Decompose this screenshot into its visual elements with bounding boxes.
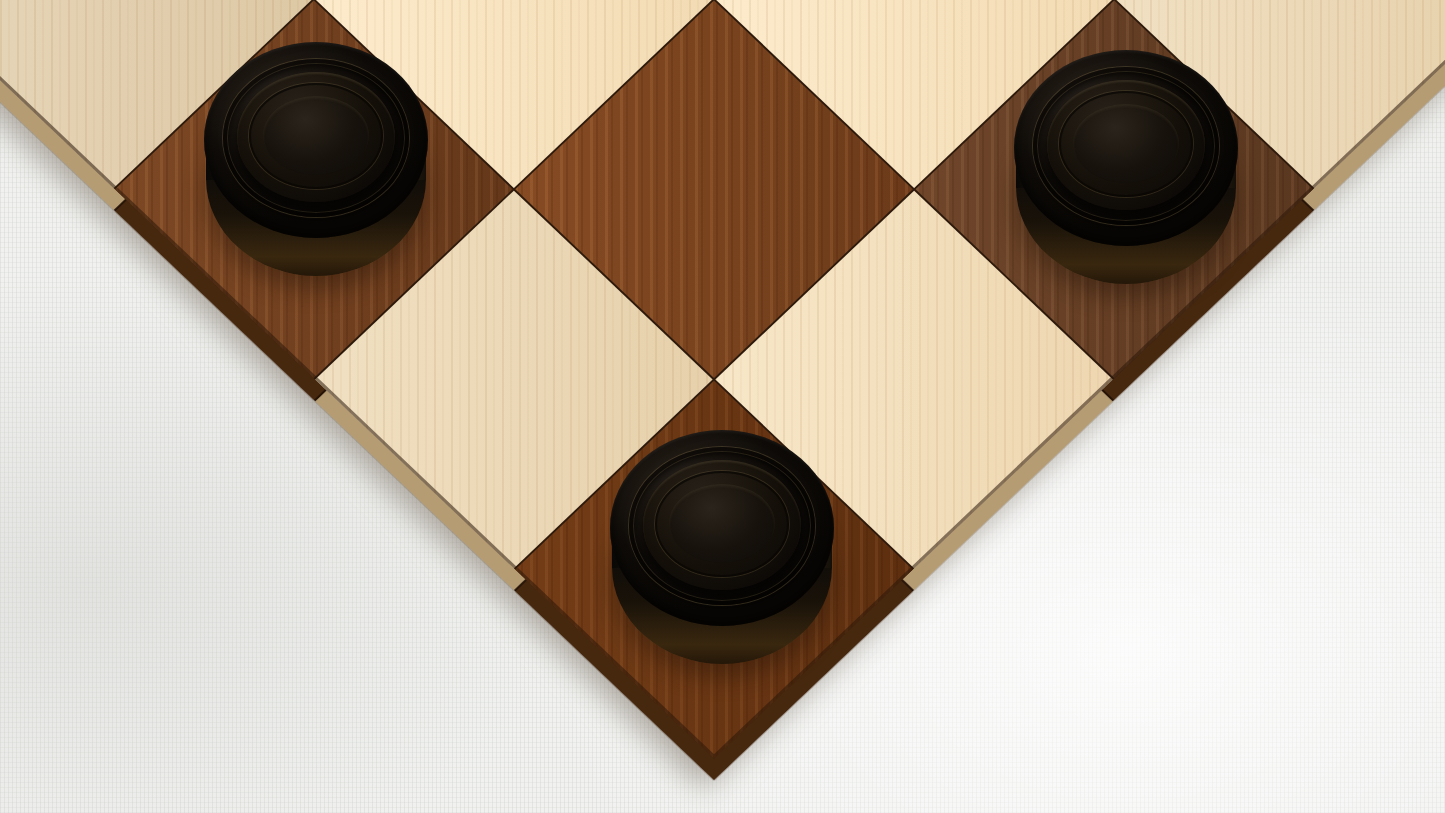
black-checker-left[interactable]: ⛂ <box>204 42 428 278</box>
checker-dome <box>669 484 775 563</box>
checker-top-face: ⛂ <box>610 430 834 626</box>
checker-dome <box>1073 104 1179 183</box>
checker-top-face: ⛂ <box>1014 50 1238 246</box>
checker-dome <box>263 96 369 175</box>
checker-inner-disc <box>1047 80 1205 210</box>
checker-inner-disc <box>237 72 395 202</box>
black-checker-corner[interactable]: ⛂ <box>610 430 834 666</box>
checker-inner-disc <box>643 460 801 590</box>
tablecloth-background: ⛂ ⛂ ⛂ <box>0 0 1445 813</box>
checker-top-face: ⛂ <box>204 42 428 238</box>
black-checker-right[interactable]: ⛂ <box>1014 50 1238 286</box>
